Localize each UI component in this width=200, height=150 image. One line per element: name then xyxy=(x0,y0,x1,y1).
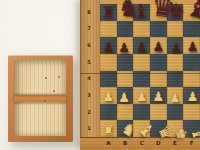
piece-light-bishop-f1[interactable]: ♝ xyxy=(189,124,200,144)
rank-label-1: 1 xyxy=(80,126,98,131)
square-e5[interactable] xyxy=(167,54,184,71)
square-c5[interactable] xyxy=(133,54,150,71)
piece-dark-pawn-a6[interactable]: ♟ xyxy=(100,40,117,53)
piece-dark-pawn-f6[interactable]: ♟ xyxy=(184,40,200,53)
square-d2[interactable] xyxy=(150,104,167,121)
square-c7[interactable] xyxy=(133,21,150,38)
photo-chess-set: 87654321 ABCDEF ♜♞♝♛♚♝♟♟♟♟♟♟♟♟♟♟♟♟♜♞♝♛♚♝ xyxy=(0,0,200,150)
rank-label-7: 7 xyxy=(80,26,98,31)
wood-knot-3 xyxy=(53,90,55,92)
file-label-a: A xyxy=(100,140,117,146)
square-b5[interactable] xyxy=(117,54,134,71)
square-f2[interactable] xyxy=(183,104,200,121)
piece-dark-bishop-c8[interactable]: ♝ xyxy=(132,2,150,21)
square-a7[interactable] xyxy=(100,21,117,38)
piece-light-pawn-b3[interactable]: ♟ xyxy=(116,91,133,104)
piece-light-pawn-f3[interactable]: ♟ xyxy=(184,90,200,103)
chess-board: 87654321 ABCDEF ♜♞♝♛♚♝♟♟♟♟♟♟♟♟♟♟♟♟♜♞♝♛♚♝ xyxy=(80,0,200,150)
square-f5[interactable] xyxy=(183,54,200,71)
wood-knot-2 xyxy=(58,76,60,78)
piece-light-king-e1[interactable]: ♚ xyxy=(172,123,190,143)
square-e2[interactable] xyxy=(167,104,184,121)
piece-dark-pawn-b6[interactable]: ♟ xyxy=(116,41,133,54)
piece-dark-pawn-d6[interactable]: ♟ xyxy=(150,40,167,53)
wood-knot-4 xyxy=(44,100,46,102)
square-d7[interactable] xyxy=(150,21,167,38)
board-fold-seam xyxy=(80,73,200,75)
square-b7[interactable] xyxy=(117,21,134,38)
piece-light-pawn-d3[interactable]: ♟ xyxy=(150,90,167,103)
rank-label-2: 2 xyxy=(80,110,98,115)
rank-label-5: 5 xyxy=(80,60,98,65)
piece-dark-pawn-e6[interactable]: ♟ xyxy=(168,41,185,54)
rank-label-8: 8 xyxy=(80,10,98,15)
square-a2[interactable] xyxy=(100,104,117,121)
piece-dark-rook-a8[interactable]: ♜ xyxy=(100,5,117,20)
rank-label-4: 4 xyxy=(80,76,98,81)
piece-dark-king-e8[interactable]: ♚ xyxy=(167,1,184,21)
file-label-c: C xyxy=(133,140,150,146)
rank-label-6: 6 xyxy=(80,43,98,48)
box-compartment-divider xyxy=(14,95,66,102)
square-b2[interactable] xyxy=(117,104,134,121)
square-a5[interactable] xyxy=(100,54,117,71)
square-d5[interactable] xyxy=(150,54,167,71)
rank-label-3: 3 xyxy=(80,93,98,98)
piece-light-pawn-e3[interactable]: ♟ xyxy=(167,92,184,104)
piece-light-pawn-c3[interactable]: ♟ xyxy=(133,90,150,103)
piece-light-pawn-a3[interactable]: ♟ xyxy=(100,90,117,103)
wooden-piece-box xyxy=(8,55,73,142)
piece-dark-pawn-c6[interactable]: ♟ xyxy=(133,40,150,53)
piece-light-rook-a1[interactable]: ♜ xyxy=(100,122,117,137)
piece-dark-bishop-f8[interactable]: ♝ xyxy=(184,0,200,22)
wood-knot-1 xyxy=(45,77,47,79)
board-squares xyxy=(100,4,200,137)
